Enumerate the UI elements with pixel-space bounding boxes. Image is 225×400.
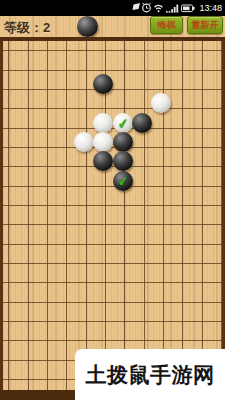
last-move-marker: ✔ xyxy=(111,169,134,192)
alarm-icon xyxy=(143,3,151,11)
restart-button[interactable]: 重新开始 xyxy=(187,16,223,34)
signal-icon xyxy=(166,5,178,13)
level-label: 等级：2 xyxy=(4,19,50,37)
site-banner: 土拨鼠手游网 xyxy=(75,349,225,400)
battery-icon xyxy=(182,5,195,12)
stone-white xyxy=(151,93,171,113)
last-move-marker: ✔ xyxy=(111,111,134,134)
gomoku-board[interactable]: ✔✔ xyxy=(0,41,225,390)
site-banner-text: 土拨鼠手游网 xyxy=(86,361,215,389)
stone-black xyxy=(93,74,113,94)
undo-button[interactable]: 悔棋 xyxy=(150,16,183,34)
board-right-edge xyxy=(222,41,225,390)
wifi-icon xyxy=(155,5,163,12)
stone-white xyxy=(74,132,94,152)
stone-black xyxy=(113,151,133,171)
turn-indicator-black-stone xyxy=(77,16,98,37)
board-left-edge xyxy=(0,41,3,390)
notification-icon xyxy=(133,3,141,10)
stone-black xyxy=(93,151,113,171)
stone-white xyxy=(93,113,113,133)
status-icons xyxy=(132,2,196,14)
stone-black xyxy=(113,132,133,152)
clock-time: 13:48 xyxy=(199,3,222,13)
status-bar: 13:48 xyxy=(0,0,225,16)
app-screen: 13:48 等级：2 悔棋 重新开始 ✔✔ 土拨鼠手游网 xyxy=(0,0,225,400)
stone-white xyxy=(93,132,113,152)
stone-black xyxy=(132,113,152,133)
stone-white: ✔ xyxy=(113,113,133,133)
stone-black: ✔ xyxy=(113,171,133,191)
